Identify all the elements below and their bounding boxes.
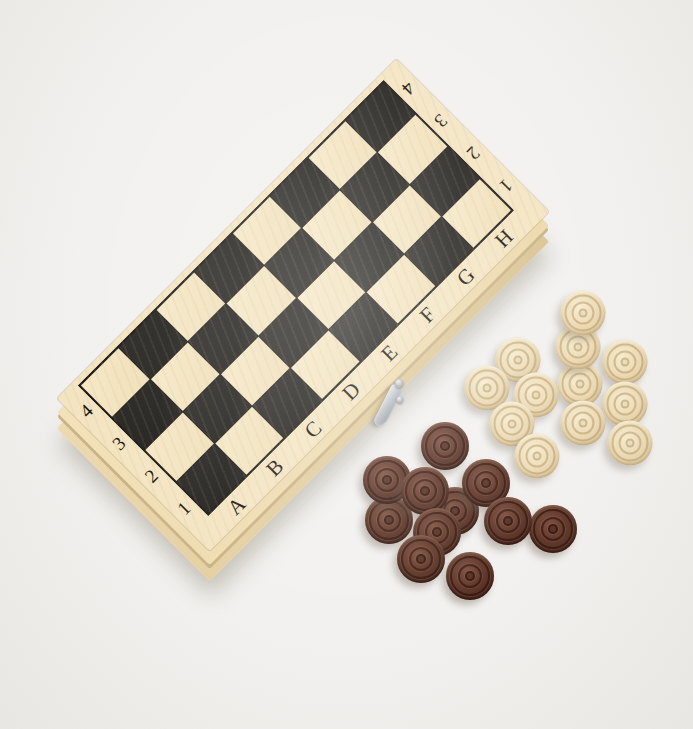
checker-groove-ring: [565, 295, 602, 332]
checker-groove-ring: [621, 358, 630, 367]
checker-groove-ring: [514, 356, 523, 365]
checker-groove-ring: [488, 501, 527, 540]
checker-groove-ring: [607, 386, 644, 423]
checker-groove-ring: [562, 366, 599, 403]
checker-groove-ring: [432, 527, 442, 537]
checker-groove-ring: [532, 391, 541, 400]
checker-groove-ring: [571, 301, 594, 324]
checker-groove-ring: [533, 452, 542, 461]
checker-groove-ring: [613, 392, 636, 415]
checker-groove-ring: [524, 383, 547, 406]
checker-groove-ring: [565, 405, 602, 442]
checker-groove-ring: [568, 372, 591, 395]
checker-groove-ring: [409, 547, 434, 572]
checker-groove-ring: [413, 479, 438, 504]
checker-groove-ring: [416, 554, 426, 564]
clasp-screw-icon: [396, 396, 404, 404]
checker-groove-ring: [576, 380, 585, 389]
checker-groove-ring: [579, 309, 588, 318]
checker-groove-ring: [465, 571, 475, 581]
dark-checker-11: [446, 552, 494, 600]
checker-groove-ring: [375, 468, 400, 493]
light-checker-12: [515, 434, 560, 479]
checker-groove-ring: [574, 343, 583, 352]
checker-groove-ring: [613, 350, 636, 373]
dark-checker-3: [421, 422, 469, 470]
checker-groove-ring: [450, 556, 489, 595]
checker-groove-ring: [401, 539, 440, 578]
checker-groove-ring: [579, 419, 588, 428]
checker-groove-ring: [548, 524, 558, 534]
checker-groove-ring: [496, 509, 521, 534]
checker-groove-ring: [420, 486, 430, 496]
checker-groove-ring: [377, 508, 402, 533]
checker-groove-ring: [571, 411, 594, 434]
light-checker-11: [608, 421, 653, 466]
light-checker-5: [561, 291, 606, 336]
checker-groove-ring: [566, 335, 589, 358]
checker-groove-ring: [506, 348, 529, 371]
checker-groove-ring: [508, 420, 517, 429]
dark-checker-10: [397, 535, 445, 583]
light-checker-9: [561, 401, 606, 446]
checker-groove-ring: [612, 425, 649, 462]
checker-groove-ring: [519, 438, 556, 475]
product-photo-canvas: 4321 4321 ABCDEFGH: [0, 0, 693, 729]
checker-groove-ring: [474, 471, 499, 496]
checker-groove-ring: [433, 434, 458, 459]
checker-groove-ring: [503, 516, 513, 526]
dark-checker-7: [529, 505, 577, 553]
checker-groove-ring: [458, 564, 483, 589]
checker-groove-ring: [440, 441, 450, 451]
checker-groove-ring: [425, 426, 464, 465]
checker-groove-ring: [626, 439, 635, 448]
dark-checker-8: [484, 497, 532, 545]
checker-groove-ring: [369, 500, 408, 539]
checker-groove-ring: [466, 463, 505, 502]
checker-groove-ring: [475, 376, 498, 399]
checker-groove-ring: [405, 471, 444, 510]
light-checker-8: [603, 382, 648, 427]
checker-groove-ring: [525, 444, 548, 467]
checker-groove-ring: [500, 412, 523, 435]
checker-groove-ring: [382, 475, 392, 485]
light-checker-2: [603, 340, 648, 385]
checker-groove-ring: [618, 431, 641, 454]
checker-groove-ring: [384, 515, 394, 525]
checker-groove-ring: [621, 400, 630, 409]
checker-groove-ring: [481, 478, 491, 488]
checker-groove-ring: [469, 370, 506, 407]
checker-groove-ring: [483, 384, 492, 393]
checker-groove-ring: [541, 517, 566, 542]
checker-groove-ring: [533, 509, 572, 548]
checker-groove-ring: [607, 344, 644, 381]
